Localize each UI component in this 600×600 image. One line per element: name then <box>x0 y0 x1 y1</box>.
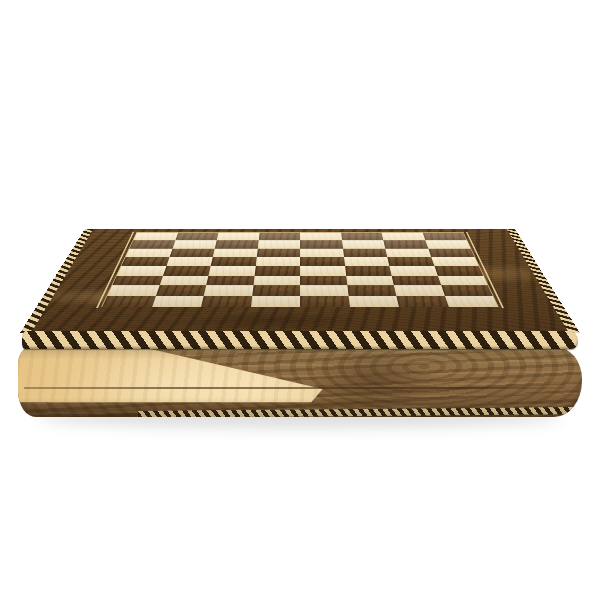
chess-board-product-photo <box>0 0 600 600</box>
square-b1[interactable] <box>152 296 204 307</box>
square-h2[interactable] <box>441 285 493 295</box>
square-f7[interactable] <box>342 240 386 248</box>
square-e7[interactable] <box>300 240 343 248</box>
square-a6[interactable] <box>126 249 173 258</box>
square-a7[interactable] <box>130 240 175 248</box>
square-f6[interactable] <box>343 249 388 258</box>
square-h7[interactable] <box>425 240 470 248</box>
square-f3[interactable] <box>346 276 394 286</box>
checkered-field <box>102 233 497 307</box>
square-h8[interactable] <box>422 233 466 241</box>
square-b2[interactable] <box>156 285 207 295</box>
square-d7[interactable] <box>257 240 300 248</box>
square-f1[interactable] <box>348 296 399 307</box>
square-a2[interactable] <box>107 285 159 295</box>
square-e8[interactable] <box>300 233 342 241</box>
square-b4[interactable] <box>163 266 211 275</box>
square-c4[interactable] <box>208 266 255 275</box>
square-e5[interactable] <box>300 257 345 266</box>
square-d2[interactable] <box>252 285 300 295</box>
square-f4[interactable] <box>345 266 392 275</box>
square-g2[interactable] <box>394 285 445 295</box>
square-d4[interactable] <box>254 266 300 275</box>
square-c8[interactable] <box>217 233 260 241</box>
rope-inlay-rim-band <box>22 331 578 349</box>
square-a4[interactable] <box>117 266 166 275</box>
square-d3[interactable] <box>253 276 300 286</box>
square-c5[interactable] <box>211 257 257 266</box>
board-top-face <box>20 229 580 333</box>
square-h4[interactable] <box>434 266 483 275</box>
square-a3[interactable] <box>112 276 162 286</box>
square-g4[interactable] <box>389 266 437 275</box>
square-g7[interactable] <box>383 240 428 248</box>
square-c1[interactable] <box>201 296 252 307</box>
square-d6[interactable] <box>256 249 300 258</box>
square-e6[interactable] <box>300 249 344 258</box>
square-f8[interactable] <box>341 233 384 241</box>
square-h3[interactable] <box>437 276 487 286</box>
square-e3[interactable] <box>300 276 347 286</box>
square-f2[interactable] <box>347 285 396 295</box>
square-c3[interactable] <box>206 276 254 286</box>
square-b7[interactable] <box>172 240 217 248</box>
field-inlay-border <box>96 232 504 308</box>
square-e1[interactable] <box>300 296 349 307</box>
square-g3[interactable] <box>392 276 441 286</box>
sapwood-figure <box>18 347 582 417</box>
square-a8[interactable] <box>133 233 177 241</box>
square-b5[interactable] <box>166 257 213 266</box>
square-c7[interactable] <box>215 240 259 248</box>
lid-seam-line <box>24 387 578 389</box>
front-panel <box>18 347 582 417</box>
square-a5[interactable] <box>121 257 169 266</box>
bottom-rope-inlay-strip <box>138 407 574 417</box>
square-c2[interactable] <box>204 285 253 295</box>
square-c6[interactable] <box>213 249 258 258</box>
square-b3[interactable] <box>159 276 208 286</box>
square-d5[interactable] <box>255 257 300 266</box>
square-h5[interactable] <box>431 257 479 266</box>
square-g1[interactable] <box>396 296 448 307</box>
square-e2[interactable] <box>300 285 348 295</box>
square-g8[interactable] <box>381 233 424 241</box>
square-a1[interactable] <box>102 296 155 307</box>
square-g5[interactable] <box>387 257 434 266</box>
square-d1[interactable] <box>251 296 300 307</box>
square-d8[interactable] <box>258 233 300 241</box>
square-f5[interactable] <box>344 257 390 266</box>
square-g6[interactable] <box>385 249 431 258</box>
square-b8[interactable] <box>175 233 218 241</box>
square-b6[interactable] <box>169 249 215 258</box>
square-h1[interactable] <box>444 296 497 307</box>
square-h6[interactable] <box>428 249 475 258</box>
square-e4[interactable] <box>300 266 346 275</box>
